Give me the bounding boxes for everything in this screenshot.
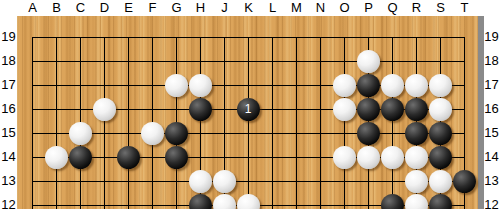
stone-white xyxy=(333,146,356,169)
row-label-right: 14 xyxy=(483,149,500,165)
stone-black xyxy=(405,122,428,145)
grid-line-vertical xyxy=(56,37,57,209)
column-label: D xyxy=(96,0,113,15)
column-label: F xyxy=(144,0,161,15)
row-label-right: 18 xyxy=(483,53,500,69)
stone-white xyxy=(93,98,116,121)
grid-line-vertical xyxy=(296,37,297,209)
column-label: H xyxy=(192,0,209,15)
row-label-left: 18 xyxy=(0,53,17,69)
grid-line-horizontal xyxy=(32,181,465,182)
row-label-left: 13 xyxy=(0,173,17,189)
stone-black xyxy=(429,122,452,145)
stone-white xyxy=(429,170,452,193)
row-label-right: 15 xyxy=(483,125,500,141)
stone-white xyxy=(69,122,92,145)
column-label: S xyxy=(432,0,449,15)
stone-white xyxy=(45,146,68,169)
stone-black xyxy=(357,98,380,121)
row-label-left: 14 xyxy=(0,149,17,165)
column-label: O xyxy=(336,0,353,15)
column-label: K xyxy=(240,0,257,15)
grid-line-vertical xyxy=(248,37,249,209)
row-label-right: 16 xyxy=(483,101,500,117)
column-label: C xyxy=(72,0,89,15)
grid-line-horizontal xyxy=(32,37,465,38)
stone-white xyxy=(165,74,188,97)
stone-white xyxy=(333,74,356,97)
row-label-left: 15 xyxy=(0,125,17,141)
column-label: Q xyxy=(384,0,401,15)
grid-line-horizontal xyxy=(32,61,465,62)
stone-white xyxy=(381,146,404,169)
row-label-left: 16 xyxy=(0,101,17,117)
stone-white xyxy=(357,50,380,73)
grid-line-horizontal xyxy=(32,133,465,134)
column-label: G xyxy=(168,0,185,15)
stone-black xyxy=(429,146,452,169)
stone-black xyxy=(357,122,380,145)
stone-white xyxy=(333,98,356,121)
move-number-label: 1 xyxy=(237,98,260,121)
column-label: A xyxy=(24,0,41,15)
go-board-viewport: ABCDEFGHJKLMNOPQRST191918181717161615151… xyxy=(0,0,500,209)
column-label: B xyxy=(48,0,65,15)
column-label: M xyxy=(288,0,305,15)
column-label: L xyxy=(264,0,281,15)
row-label-left: 17 xyxy=(0,77,17,93)
row-label-right: 19 xyxy=(483,29,500,45)
stone-white xyxy=(141,122,164,145)
grid-line-vertical xyxy=(320,37,321,209)
grid-line-vertical xyxy=(128,37,129,209)
stone-black xyxy=(165,122,188,145)
column-label: N xyxy=(312,0,329,15)
column-label: R xyxy=(408,0,425,15)
stone-black xyxy=(189,98,212,121)
stone-black xyxy=(357,74,380,97)
grid-line-vertical xyxy=(104,37,105,209)
grid-line-vertical xyxy=(32,37,33,209)
stone-black: 1 xyxy=(237,98,260,121)
stone-white xyxy=(357,146,380,169)
row-label-right: 12 xyxy=(483,197,500,209)
stone-white xyxy=(189,74,212,97)
stone-white xyxy=(381,74,404,97)
column-label: J xyxy=(216,0,233,15)
grid-line-vertical xyxy=(272,37,273,209)
column-label: P xyxy=(360,0,377,15)
stone-white xyxy=(189,170,212,193)
stone-black xyxy=(405,98,428,121)
stone-white xyxy=(429,98,452,121)
stone-black xyxy=(381,98,404,121)
grid-line-vertical xyxy=(392,37,393,209)
stone-white xyxy=(405,170,428,193)
row-label-left: 19 xyxy=(0,29,17,45)
grid-line-vertical xyxy=(344,37,345,209)
stone-black xyxy=(453,170,476,193)
stone-black xyxy=(165,146,188,169)
stone-white xyxy=(213,170,236,193)
stone-white xyxy=(429,74,452,97)
stone-black xyxy=(69,146,92,169)
row-label-right: 17 xyxy=(483,77,500,93)
stone-black xyxy=(117,146,140,169)
stone-white xyxy=(405,146,428,169)
stone-white xyxy=(405,74,428,97)
row-label-left: 12 xyxy=(0,197,17,209)
column-label: T xyxy=(456,0,473,15)
row-label-right: 13 xyxy=(483,173,500,189)
column-label: E xyxy=(120,0,137,15)
